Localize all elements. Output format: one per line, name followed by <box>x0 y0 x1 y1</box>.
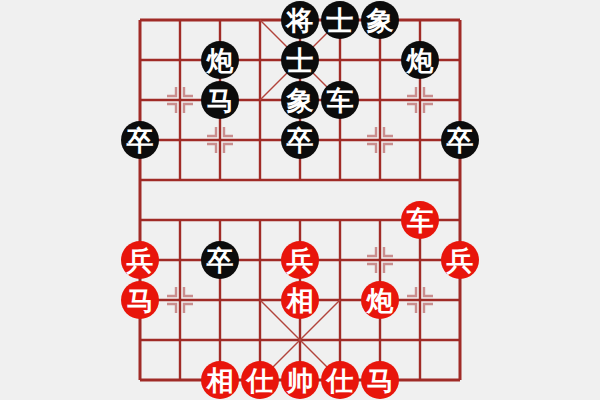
piece-black-general[interactable]: 将 <box>281 1 319 39</box>
piece-glyph: 象 <box>287 87 314 114</box>
piece-glyph: 兵 <box>287 247 314 274</box>
piece-red-elephant[interactable]: 相 <box>281 281 319 319</box>
piece-black-soldier[interactable]: 卒 <box>121 121 159 159</box>
piece-glyph: 相 <box>287 287 314 314</box>
piece-black-soldier[interactable]: 卒 <box>281 121 319 159</box>
piece-black-elephant[interactable]: 象 <box>281 81 319 119</box>
piece-red-advisor[interactable]: 仕 <box>241 361 279 399</box>
piece-glyph: 车 <box>407 207 434 234</box>
piece-glyph: 士 <box>287 47 314 74</box>
piece-glyph: 兵 <box>447 247 474 274</box>
piece-glyph: 仕 <box>327 367 354 394</box>
piece-red-general[interactable]: 帅 <box>281 361 319 399</box>
piece-black-cannon[interactable]: 炮 <box>401 41 439 79</box>
piece-glyph: 帅 <box>287 367 314 394</box>
piece-glyph: 仕 <box>247 367 274 394</box>
piece-red-soldier[interactable]: 兵 <box>121 241 159 279</box>
piece-glyph: 兵 <box>127 247 154 274</box>
piece-black-advisor[interactable]: 士 <box>321 1 359 39</box>
piece-red-horse[interactable]: 马 <box>121 281 159 319</box>
piece-glyph: 将 <box>287 7 314 34</box>
piece-red-elephant[interactable]: 相 <box>201 361 239 399</box>
piece-glyph: 炮 <box>207 47 234 74</box>
piece-layer: 将士象炮士炮马象车卒卒卒车兵卒兵兵马相炮相仕帅仕马 <box>120 0 480 400</box>
piece-black-soldier[interactable]: 卒 <box>201 241 239 279</box>
piece-glyph: 马 <box>367 367 394 394</box>
piece-black-elephant[interactable]: 象 <box>361 1 399 39</box>
piece-glyph: 相 <box>207 367 234 394</box>
piece-glyph: 卒 <box>287 127 314 154</box>
piece-glyph: 马 <box>207 87 234 114</box>
xiangqi-app: 将士象炮士炮马象车卒卒卒车兵卒兵兵马相炮相仕帅仕马 <box>0 0 600 400</box>
piece-glyph: 士 <box>327 7 354 34</box>
piece-glyph: 车 <box>327 87 354 114</box>
piece-glyph: 马 <box>127 287 154 314</box>
piece-glyph: 卒 <box>207 247 234 274</box>
piece-black-soldier[interactable]: 卒 <box>441 121 479 159</box>
piece-glyph: 炮 <box>367 287 394 314</box>
piece-red-advisor[interactable]: 仕 <box>321 361 359 399</box>
xiangqi-board: 将士象炮士炮马象车卒卒卒车兵卒兵兵马相炮相仕帅仕马 <box>120 0 480 400</box>
piece-black-cannon[interactable]: 炮 <box>201 41 239 79</box>
piece-glyph: 卒 <box>127 127 154 154</box>
piece-red-soldier[interactable]: 兵 <box>441 241 479 279</box>
piece-black-horse[interactable]: 马 <box>201 81 239 119</box>
piece-red-horse[interactable]: 马 <box>361 361 399 399</box>
piece-black-chariot[interactable]: 车 <box>321 81 359 119</box>
piece-red-chariot[interactable]: 车 <box>401 201 439 239</box>
piece-glyph: 卒 <box>447 127 474 154</box>
piece-red-cannon[interactable]: 炮 <box>361 281 399 319</box>
piece-black-advisor[interactable]: 士 <box>281 41 319 79</box>
piece-glyph: 炮 <box>407 47 434 74</box>
piece-glyph: 象 <box>367 7 394 34</box>
piece-red-soldier[interactable]: 兵 <box>281 241 319 279</box>
